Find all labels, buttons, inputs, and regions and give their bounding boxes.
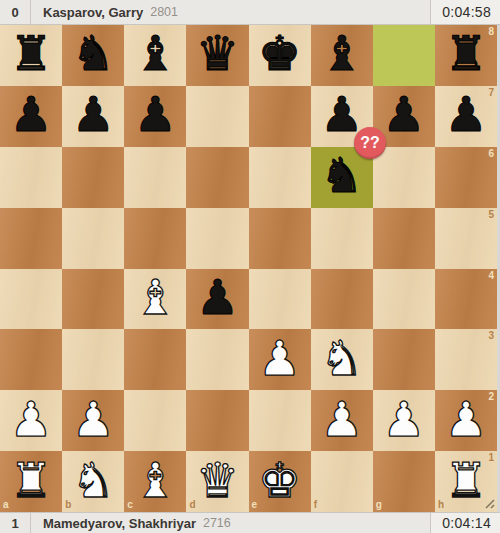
square-e2[interactable] xyxy=(249,390,311,451)
piece-white-pawn[interactable]: ♟ xyxy=(72,395,115,443)
square-e3[interactable]: ♟ xyxy=(249,329,311,390)
square-b4[interactable] xyxy=(62,269,124,330)
square-h5[interactable]: 5 xyxy=(435,208,497,269)
piece-black-knight[interactable]: ♞ xyxy=(320,151,363,199)
piece-white-pawn[interactable]: ♟ xyxy=(320,395,363,443)
rank-label-6: 6 xyxy=(488,149,494,159)
square-d8[interactable]: ♛ xyxy=(186,25,248,86)
square-e6[interactable] xyxy=(249,147,311,208)
square-f8[interactable]: ♝ xyxy=(311,25,373,86)
square-d1[interactable]: ♛d xyxy=(186,451,248,512)
bottom-player-bar: 1 Mamedyarov, Shakhriyar 2716 0:04:14 xyxy=(0,512,500,533)
square-d4[interactable]: ♟ xyxy=(186,269,248,330)
square-a1[interactable]: ♜a xyxy=(0,451,62,512)
file-label-g: g xyxy=(376,500,382,510)
square-f4[interactable] xyxy=(311,269,373,330)
square-c5[interactable] xyxy=(124,208,186,269)
square-d6[interactable] xyxy=(186,147,248,208)
file-label-f: f xyxy=(314,500,317,510)
piece-white-pawn[interactable]: ♟ xyxy=(258,334,301,382)
square-b7[interactable]: ♟ xyxy=(62,86,124,147)
rank-label-8: 8 xyxy=(488,27,494,37)
square-b5[interactable] xyxy=(62,208,124,269)
square-f1[interactable]: f xyxy=(311,451,373,512)
square-b1[interactable]: ♞b xyxy=(62,451,124,512)
square-e4[interactable] xyxy=(249,269,311,330)
rank-label-7: 7 xyxy=(488,88,494,98)
square-b8[interactable]: ♞ xyxy=(62,25,124,86)
file-label-c: c xyxy=(127,500,133,510)
piece-black-pawn[interactable]: ♟ xyxy=(72,90,115,138)
top-player-clock: 0:04:58 xyxy=(430,0,500,24)
square-f2[interactable]: ♟ xyxy=(311,390,373,451)
rank-label-3: 3 xyxy=(488,331,494,341)
piece-black-rook[interactable]: ♜ xyxy=(10,29,53,77)
rank-label-2: 2 xyxy=(488,392,494,402)
square-a5[interactable] xyxy=(0,208,62,269)
square-b6[interactable] xyxy=(62,147,124,208)
square-h8[interactable]: ♜8 xyxy=(435,25,497,86)
resize-handle-icon[interactable] xyxy=(482,496,495,509)
square-a7[interactable]: ♟ xyxy=(0,86,62,147)
square-a3[interactable] xyxy=(0,329,62,390)
piece-white-king[interactable]: ♚ xyxy=(258,456,301,504)
top-player-score: 0 xyxy=(0,0,31,24)
piece-black-king[interactable]: ♚ xyxy=(258,29,301,77)
square-h2[interactable]: ♟2 xyxy=(435,390,497,451)
square-g3[interactable] xyxy=(373,329,435,390)
chess-board[interactable]: ♜♞♝♛♚♝♜8♟♟♟♟♟♟7♞65♝♟4♟♞3♟♟♟♟♟2♜a♞b♝c♛d♚e… xyxy=(0,25,497,512)
rank-label-1: 1 xyxy=(488,453,494,463)
bottom-player-clock: 0:04:14 xyxy=(430,513,500,533)
square-g5[interactable] xyxy=(373,208,435,269)
square-e7[interactable] xyxy=(249,86,311,147)
rank-label-5: 5 xyxy=(488,210,494,220)
piece-white-rook[interactable]: ♜ xyxy=(444,456,487,504)
square-a4[interactable] xyxy=(0,269,62,330)
piece-black-pawn[interactable]: ♟ xyxy=(134,90,177,138)
piece-white-bishop[interactable]: ♝ xyxy=(134,456,177,504)
square-c2[interactable] xyxy=(124,390,186,451)
file-label-d: d xyxy=(189,500,195,510)
square-g4[interactable] xyxy=(373,269,435,330)
file-label-b: b xyxy=(65,500,71,510)
piece-white-knight[interactable]: ♞ xyxy=(72,456,115,504)
piece-black-pawn[interactable]: ♟ xyxy=(10,90,53,138)
piece-white-rook[interactable]: ♜ xyxy=(10,456,53,504)
square-c8[interactable]: ♝ xyxy=(124,25,186,86)
square-c4[interactable]: ♝ xyxy=(124,269,186,330)
piece-black-bishop[interactable]: ♝ xyxy=(134,29,177,77)
top-player-bar: 0 Kasparov, Garry 2801 0:04:58 xyxy=(0,0,500,25)
file-label-h: h xyxy=(438,500,444,510)
chess-board-area: ♜♞♝♛♚♝♜8♟♟♟♟♟♟7♞65♝♟4♟♞3♟♟♟♟♟2♜a♞b♝c♛d♚e… xyxy=(0,25,500,512)
piece-white-knight[interactable]: ♞ xyxy=(320,334,363,382)
blunder-annotation-badge: ?? xyxy=(354,127,386,159)
square-c1[interactable]: ♝c xyxy=(124,451,186,512)
piece-white-queen[interactable]: ♛ xyxy=(196,456,239,504)
square-g1[interactable]: g xyxy=(373,451,435,512)
square-a2[interactable]: ♟ xyxy=(0,390,62,451)
square-e1[interactable]: ♚e xyxy=(249,451,311,512)
square-c3[interactable] xyxy=(124,329,186,390)
square-h6[interactable]: 6 xyxy=(435,147,497,208)
piece-white-bishop[interactable]: ♝ xyxy=(134,273,177,321)
square-d5[interactable] xyxy=(186,208,248,269)
square-f5[interactable] xyxy=(311,208,373,269)
piece-black-pawn[interactable]: ♟ xyxy=(382,90,425,138)
square-d7[interactable] xyxy=(186,86,248,147)
square-e5[interactable] xyxy=(249,208,311,269)
piece-black-pawn[interactable]: ♟ xyxy=(320,90,363,138)
top-player-name: Kasparov, Garry xyxy=(43,5,143,20)
file-label-e: e xyxy=(252,500,258,510)
square-h3[interactable]: 3 xyxy=(435,329,497,390)
piece-white-pawn[interactable]: ♟ xyxy=(382,395,425,443)
piece-black-rook[interactable]: ♜ xyxy=(444,29,487,77)
square-g6[interactable] xyxy=(373,147,435,208)
square-g8[interactable] xyxy=(373,25,435,86)
square-a6[interactable] xyxy=(0,147,62,208)
square-b3[interactable] xyxy=(62,329,124,390)
square-f3[interactable]: ♞ xyxy=(311,329,373,390)
square-a8[interactable]: ♜ xyxy=(0,25,62,86)
piece-white-pawn[interactable]: ♟ xyxy=(10,395,53,443)
square-b2[interactable]: ♟ xyxy=(62,390,124,451)
bottom-player-name: Mamedyarov, Shakhriyar xyxy=(43,516,196,531)
top-player-rating: 2801 xyxy=(150,5,178,19)
piece-black-knight[interactable]: ♞ xyxy=(72,29,115,77)
chess-app-window: 0 Kasparov, Garry 2801 0:04:58 ♜♞♝♛♚♝♜8♟… xyxy=(0,0,500,533)
piece-black-pawn[interactable]: ♟ xyxy=(196,273,239,321)
square-e8[interactable]: ♚ xyxy=(249,25,311,86)
square-h7[interactable]: ♟7 xyxy=(435,86,497,147)
square-c7[interactable]: ♟ xyxy=(124,86,186,147)
file-label-a: a xyxy=(3,500,9,510)
square-h4[interactable]: 4 xyxy=(435,269,497,330)
square-d3[interactable] xyxy=(186,329,248,390)
square-c6[interactable] xyxy=(124,147,186,208)
square-d2[interactable] xyxy=(186,390,248,451)
bottom-player-rating: 2716 xyxy=(203,516,231,530)
piece-white-pawn[interactable]: ♟ xyxy=(444,395,487,443)
rank-label-4: 4 xyxy=(488,271,494,281)
square-g2[interactable]: ♟ xyxy=(373,390,435,451)
piece-black-bishop[interactable]: ♝ xyxy=(320,29,363,77)
bottom-player-score: 1 xyxy=(0,513,31,533)
piece-black-pawn[interactable]: ♟ xyxy=(444,90,487,138)
piece-black-queen[interactable]: ♛ xyxy=(196,29,239,77)
